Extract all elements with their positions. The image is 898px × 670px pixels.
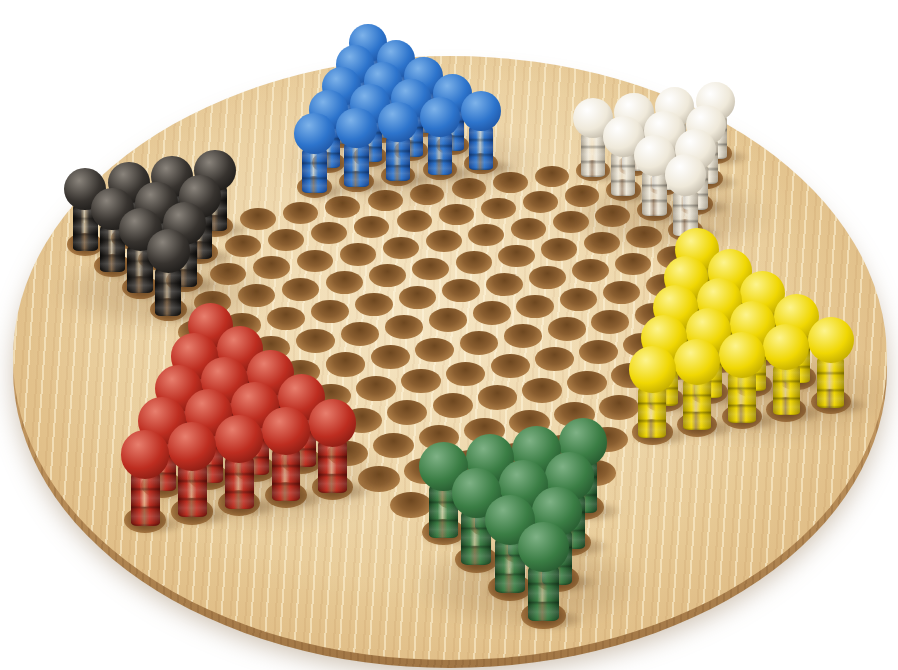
peg-yellow[interactable]: [629, 346, 676, 438]
peg-blue[interactable]: [336, 108, 376, 187]
peg-ball: [420, 97, 460, 137]
peg-ball: [378, 102, 418, 142]
peg-ball: [168, 422, 216, 470]
peg-body: [225, 456, 254, 510]
peg-body: [728, 371, 756, 423]
peg-blue[interactable]: [378, 102, 418, 181]
peg-body: [611, 151, 635, 196]
peg-yellow[interactable]: [719, 332, 765, 423]
peg-body: [528, 565, 558, 622]
peg-ball: [808, 317, 854, 363]
peg-ball: [215, 415, 263, 463]
peg-ball: [461, 91, 501, 131]
peg-yellow[interactable]: [763, 324, 809, 415]
peg-red[interactable]: [262, 407, 310, 502]
pegs-layer: [0, 0, 898, 670]
peg-blue[interactable]: [294, 113, 335, 193]
peg-body: [178, 463, 207, 517]
peg-ball: [629, 346, 676, 393]
peg-ball: [719, 332, 765, 378]
peg-body: [638, 386, 666, 438]
peg-body: [469, 125, 493, 170]
peg-ball: [518, 522, 568, 572]
photo-scene: [0, 0, 898, 670]
peg-ball: [674, 339, 720, 385]
peg-body: [155, 267, 181, 316]
peg-red[interactable]: [168, 422, 216, 517]
peg-body: [581, 132, 605, 177]
peg-ball: [763, 324, 809, 370]
peg-body: [131, 471, 160, 525]
peg-yellow[interactable]: [674, 339, 720, 431]
peg-red[interactable]: [215, 415, 263, 510]
peg-body: [428, 131, 452, 176]
peg-body: [272, 448, 301, 502]
peg-ball: [121, 430, 170, 479]
peg-yellow[interactable]: [808, 317, 854, 408]
peg-body: [344, 142, 368, 187]
peg-body: [386, 136, 410, 181]
peg-ball: [262, 407, 310, 455]
peg-ball: [336, 108, 376, 148]
peg-blue[interactable]: [420, 97, 460, 176]
peg-white[interactable]: [665, 154, 707, 236]
peg-ball: [294, 113, 335, 154]
peg-blue[interactable]: [461, 91, 501, 169]
peg-red[interactable]: [309, 399, 357, 493]
peg-ball: [147, 229, 191, 273]
peg-body: [302, 148, 326, 193]
peg-body: [642, 170, 667, 216]
peg-red[interactable]: [121, 430, 170, 526]
peg-body: [683, 378, 711, 430]
peg-ball: [309, 399, 357, 447]
peg-green[interactable]: [518, 522, 568, 621]
peg-body: [318, 439, 347, 493]
peg-ball: [665, 154, 707, 196]
peg-black[interactable]: [147, 229, 191, 315]
peg-body: [773, 364, 801, 416]
peg-body: [817, 356, 845, 407]
